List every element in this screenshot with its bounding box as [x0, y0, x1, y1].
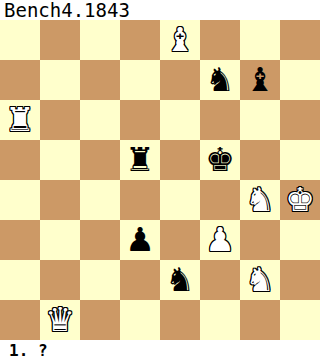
- square-f8[interactable]: [200, 20, 240, 60]
- chess-diagram-window: Bench4.1843 ♝♞♝♜♜♚♞♚♟♟♞♞♛ 1. ?: [0, 0, 320, 360]
- square-c3[interactable]: [80, 220, 120, 260]
- square-b5[interactable]: [40, 140, 80, 180]
- square-b3[interactable]: [40, 220, 80, 260]
- square-b6[interactable]: [40, 100, 80, 140]
- square-f4[interactable]: [200, 180, 240, 220]
- black-bishop-g7[interactable]: ♝: [245, 60, 275, 100]
- square-f6[interactable]: [200, 100, 240, 140]
- square-g6[interactable]: [240, 100, 280, 140]
- square-g2[interactable]: ♞: [240, 260, 280, 300]
- square-g1[interactable]: [240, 300, 280, 340]
- square-f3[interactable]: ♟: [200, 220, 240, 260]
- square-e8[interactable]: ♝: [160, 20, 200, 60]
- square-c8[interactable]: [80, 20, 120, 60]
- square-h5[interactable]: [280, 140, 320, 180]
- white-pawn-f3[interactable]: ♟: [205, 220, 235, 260]
- black-knight-f7[interactable]: ♞: [205, 60, 235, 100]
- square-e4[interactable]: [160, 180, 200, 220]
- black-king-f5[interactable]: ♚: [205, 140, 235, 180]
- square-f7[interactable]: ♞: [200, 60, 240, 100]
- white-rook-a6[interactable]: ♜: [5, 100, 35, 140]
- square-b8[interactable]: [40, 20, 80, 60]
- white-bishop-e8[interactable]: ♝: [165, 20, 195, 60]
- square-e6[interactable]: [160, 100, 200, 140]
- square-g3[interactable]: [240, 220, 280, 260]
- square-d8[interactable]: [120, 20, 160, 60]
- square-h4[interactable]: ♚: [280, 180, 320, 220]
- square-h3[interactable]: [280, 220, 320, 260]
- square-d4[interactable]: [120, 180, 160, 220]
- black-rook-d5[interactable]: ♜: [125, 140, 155, 180]
- square-a1[interactable]: [0, 300, 40, 340]
- diagram-title: Bench4.1843: [0, 0, 320, 20]
- square-a4[interactable]: [0, 180, 40, 220]
- square-g8[interactable]: [240, 20, 280, 60]
- square-f1[interactable]: [200, 300, 240, 340]
- square-b1[interactable]: ♛: [40, 300, 80, 340]
- square-h8[interactable]: [280, 20, 320, 60]
- square-g7[interactable]: ♝: [240, 60, 280, 100]
- square-a7[interactable]: [0, 60, 40, 100]
- white-king-h4[interactable]: ♚: [285, 180, 315, 220]
- square-b4[interactable]: [40, 180, 80, 220]
- square-c7[interactable]: [80, 60, 120, 100]
- square-c5[interactable]: [80, 140, 120, 180]
- square-g5[interactable]: [240, 140, 280, 180]
- square-b7[interactable]: [40, 60, 80, 100]
- square-d2[interactable]: [120, 260, 160, 300]
- square-c1[interactable]: [80, 300, 120, 340]
- square-d3[interactable]: ♟: [120, 220, 160, 260]
- square-a8[interactable]: [0, 20, 40, 60]
- square-f2[interactable]: [200, 260, 240, 300]
- square-g4[interactable]: ♞: [240, 180, 280, 220]
- square-e2[interactable]: ♞: [160, 260, 200, 300]
- square-h2[interactable]: [280, 260, 320, 300]
- move-prompt: 1. ?: [0, 340, 320, 360]
- square-a3[interactable]: [0, 220, 40, 260]
- white-knight-g4[interactable]: ♞: [245, 180, 275, 220]
- square-e1[interactable]: [160, 300, 200, 340]
- chess-board: ♝♞♝♜♜♚♞♚♟♟♞♞♛: [0, 20, 320, 340]
- square-f5[interactable]: ♚: [200, 140, 240, 180]
- white-knight-g2[interactable]: ♞: [245, 260, 275, 300]
- square-a2[interactable]: [0, 260, 40, 300]
- square-e3[interactable]: [160, 220, 200, 260]
- square-d5[interactable]: ♜: [120, 140, 160, 180]
- square-b2[interactable]: [40, 260, 80, 300]
- white-queen-b1[interactable]: ♛: [45, 300, 75, 340]
- square-h7[interactable]: [280, 60, 320, 100]
- square-c2[interactable]: [80, 260, 120, 300]
- square-d1[interactable]: [120, 300, 160, 340]
- square-e5[interactable]: [160, 140, 200, 180]
- square-a5[interactable]: [0, 140, 40, 180]
- square-e7[interactable]: [160, 60, 200, 100]
- square-h1[interactable]: [280, 300, 320, 340]
- square-d6[interactable]: [120, 100, 160, 140]
- black-pawn-d3[interactable]: ♟: [125, 220, 155, 260]
- square-a6[interactable]: ♜: [0, 100, 40, 140]
- square-h6[interactable]: [280, 100, 320, 140]
- black-knight-e2[interactable]: ♞: [165, 260, 195, 300]
- square-d7[interactable]: [120, 60, 160, 100]
- square-c6[interactable]: [80, 100, 120, 140]
- square-c4[interactable]: [80, 180, 120, 220]
